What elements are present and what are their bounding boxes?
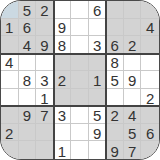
- digit: 9: [58, 20, 66, 35]
- cell-r2c4[interactable]: 9: [54, 19, 72, 37]
- digit: 2: [5, 125, 13, 140]
- digit: 2: [110, 108, 118, 123]
- cell-r1c8[interactable]: [124, 1, 142, 19]
- digit: 1: [40, 90, 48, 105]
- digit: 6: [23, 20, 31, 35]
- digit: 6: [110, 37, 118, 52]
- cell-r3c2[interactable]: 4: [19, 36, 37, 54]
- cell-r2c9[interactable]: 4: [141, 19, 159, 37]
- cell-r9c5[interactable]: [71, 141, 89, 159]
- cell-r7c1[interactable]: [1, 106, 19, 124]
- cell-r7c2[interactable]: 9: [19, 106, 37, 124]
- digit: 6: [146, 125, 154, 140]
- cell-r3c8[interactable]: 2: [124, 36, 142, 54]
- cell-r8c3[interactable]: [36, 124, 54, 142]
- cell-r9c1[interactable]: [1, 141, 19, 159]
- cell-r6c8[interactable]: [124, 89, 142, 107]
- digit: 9: [93, 125, 101, 140]
- cell-r5c5[interactable]: [71, 71, 89, 89]
- cell-r5c9[interactable]: [141, 71, 159, 89]
- digit: 9: [128, 72, 136, 87]
- cell-r6c3[interactable]: 1: [36, 89, 54, 107]
- cell-r6c1[interactable]: [1, 89, 19, 107]
- digit: 2: [40, 2, 48, 17]
- cell-r5c2[interactable]: 8: [19, 71, 37, 89]
- cell-r4c8[interactable]: [124, 54, 142, 72]
- cell-r8c1[interactable]: 2: [1, 124, 19, 142]
- digit: 9: [23, 108, 31, 123]
- cell-r4c6[interactable]: [89, 54, 107, 72]
- cell-r9c6[interactable]: [89, 141, 107, 159]
- cell-r6c9[interactable]: 2: [141, 89, 159, 107]
- cell-r1c9[interactable]: [141, 1, 159, 19]
- digit: 9: [40, 37, 48, 52]
- digit: 9: [110, 143, 118, 158]
- cell-r2c6[interactable]: [89, 19, 107, 37]
- cell-r3c9[interactable]: [141, 36, 159, 54]
- digit: 4: [23, 37, 31, 52]
- cell-r5c4[interactable]: 2: [54, 71, 72, 89]
- cell-r1c6[interactable]: 6: [89, 1, 107, 19]
- cell-r1c7[interactable]: [106, 1, 124, 19]
- cell-r1c3[interactable]: 2: [36, 1, 54, 19]
- cell-r2c1[interactable]: 1: [1, 19, 19, 37]
- cell-r9c7[interactable]: 9: [106, 141, 124, 159]
- cell-r2c2[interactable]: 6: [19, 19, 37, 37]
- digit: 2: [128, 37, 136, 52]
- cell-r7c5[interactable]: [71, 106, 89, 124]
- cell-r9c3[interactable]: [36, 141, 54, 159]
- cell-r9c8[interactable]: 7: [124, 141, 142, 159]
- cell-r1c1[interactable]: [1, 1, 19, 19]
- digit: 5: [93, 108, 101, 123]
- digit: 8: [23, 72, 31, 87]
- cell-r1c4[interactable]: [54, 1, 72, 19]
- cell-r9c9[interactable]: [141, 141, 159, 159]
- cell-r8c8[interactable]: 5: [124, 124, 142, 142]
- cell-r8c9[interactable]: 6: [141, 124, 159, 142]
- cell-r3c4[interactable]: 8: [54, 36, 72, 54]
- cell-r2c8[interactable]: [124, 19, 142, 37]
- digit: 2: [146, 90, 154, 105]
- digit: 4: [5, 55, 13, 70]
- digit: 4: [146, 20, 154, 35]
- cell-r1c2[interactable]: 5: [19, 1, 37, 19]
- digit: 2: [58, 72, 66, 87]
- digit: 5: [23, 2, 31, 17]
- digit: 1: [58, 143, 66, 158]
- cell-r4c4[interactable]: [54, 54, 72, 72]
- digit: 6: [93, 2, 101, 17]
- digit: 3: [40, 72, 48, 87]
- cell-r5c8[interactable]: 9: [124, 71, 142, 89]
- digit: 1: [93, 72, 101, 87]
- cell-r8c2[interactable]: [19, 124, 37, 142]
- cell-r6c7[interactable]: [106, 89, 124, 107]
- cell-r4c7[interactable]: 8: [106, 54, 124, 72]
- sudoku-grid: 526169449836248832159129735242956197: [1, 1, 159, 159]
- cell-r7c6[interactable]: 5: [89, 106, 107, 124]
- digit: 3: [58, 108, 66, 123]
- cell-r4c9[interactable]: [141, 54, 159, 72]
- cell-r1c5[interactable]: [71, 1, 89, 19]
- cell-r2c3[interactable]: [36, 19, 54, 37]
- cell-r8c6[interactable]: 9: [89, 124, 107, 142]
- cell-r4c5[interactable]: [71, 54, 89, 72]
- cell-r2c5[interactable]: [71, 19, 89, 37]
- cell-r7c9[interactable]: [141, 106, 159, 124]
- digit: 5: [110, 72, 118, 87]
- cell-r8c4[interactable]: [54, 124, 72, 142]
- cell-r3c7[interactable]: 6: [106, 36, 124, 54]
- cell-r8c5[interactable]: [71, 124, 89, 142]
- cell-r7c7[interactable]: 2: [106, 106, 124, 124]
- digit: 3: [93, 37, 101, 52]
- cell-r4c3[interactable]: [36, 54, 54, 72]
- cell-r5c3[interactable]: 3: [36, 71, 54, 89]
- cell-r5c1[interactable]: [1, 71, 19, 89]
- digit: 4: [128, 108, 136, 123]
- cell-r7c8[interactable]: 4: [124, 106, 142, 124]
- cell-r2c7[interactable]: [106, 19, 124, 37]
- cell-r6c2[interactable]: [19, 89, 37, 107]
- cell-r3c5[interactable]: [71, 36, 89, 54]
- digit: 5: [128, 125, 136, 140]
- cell-r8c7[interactable]: [106, 124, 124, 142]
- cell-r3c6[interactable]: 3: [89, 36, 107, 54]
- digit: 8: [110, 55, 118, 70]
- cell-r7c4[interactable]: 3: [54, 106, 72, 124]
- cell-r9c4[interactable]: 1: [54, 141, 72, 159]
- cell-r3c3[interactable]: 9: [36, 36, 54, 54]
- cell-r3c1[interactable]: [1, 36, 19, 54]
- cell-r9c2[interactable]: [19, 141, 37, 159]
- digit: 1: [5, 20, 13, 35]
- cell-r7c3[interactable]: 7: [36, 106, 54, 124]
- cell-r5c6[interactable]: 1: [89, 71, 107, 89]
- cell-r5c7[interactable]: 5: [106, 71, 124, 89]
- digit: 7: [40, 108, 48, 123]
- digit: 7: [128, 143, 136, 158]
- cell-r4c2[interactable]: [19, 54, 37, 72]
- sudoku-board: 526169449836248832159129735242956197: [0, 0, 160, 160]
- cell-r6c6[interactable]: [89, 89, 107, 107]
- cell-r6c5[interactable]: [71, 89, 89, 107]
- cell-r4c1[interactable]: 4: [1, 54, 19, 72]
- digit: 8: [58, 37, 66, 52]
- cell-r6c4[interactable]: [54, 89, 72, 107]
